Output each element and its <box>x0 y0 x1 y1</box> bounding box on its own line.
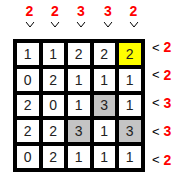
grid-cell[interactable]: 1 <box>94 120 116 142</box>
grid-cell[interactable]: 3 <box>94 95 116 117</box>
grid-cell[interactable]: 1 <box>119 146 141 168</box>
row-clue: < 2 <box>152 153 171 167</box>
row-clue: < 2 <box>152 68 171 82</box>
grid-cell[interactable]: 2 <box>43 69 65 91</box>
puzzle-grid: 1 1 2 2 2 0 2 1 1 1 2 0 1 3 1 2 2 3 1 3 … <box>13 39 145 172</box>
chevron-down-icon <box>129 21 138 28</box>
grid-cell[interactable]: 2 <box>68 43 90 65</box>
grid-cell[interactable]: 2 <box>17 120 39 142</box>
column-clue: 2 <box>25 5 34 28</box>
grid-cell[interactable]: 0 <box>17 146 39 168</box>
grid-cell[interactable]: 1 <box>17 43 39 65</box>
chevron-down-icon <box>104 21 113 28</box>
grid-cell[interactable]: 2 <box>17 95 39 117</box>
grid-cell[interactable]: 0 <box>43 95 65 117</box>
column-clue-value: 2 <box>130 5 138 17</box>
grid-cell[interactable]: 1 <box>68 69 90 91</box>
less-than-symbol: < <box>152 125 160 138</box>
chevron-down-icon <box>77 21 86 28</box>
less-than-symbol: < <box>152 68 160 81</box>
grid-cell[interactable]: 1 <box>43 43 65 65</box>
grid-cell[interactable]: 0 <box>17 69 39 91</box>
row-clue: < 3 <box>152 96 171 110</box>
chevron-down-icon <box>51 21 60 28</box>
row-clue: < 3 <box>152 124 171 138</box>
column-clue-value: 2 <box>26 5 34 17</box>
column-clue-value: 3 <box>104 5 112 17</box>
puzzle-page: 2 2 3 3 2 < 2 < 2 < 3 < 3 < 2 1 1 2 <box>0 0 188 188</box>
grid-cell-selected[interactable]: 2 <box>119 43 141 65</box>
grid-cell[interactable]: 2 <box>43 120 65 142</box>
grid-cell[interactable]: 1 <box>119 69 141 91</box>
grid-cell[interactable]: 1 <box>119 95 141 117</box>
row-clue: < 2 <box>152 40 171 54</box>
column-clue-value: 3 <box>77 5 85 17</box>
column-clue-value: 2 <box>51 5 59 17</box>
row-clue-value: 3 <box>164 124 172 138</box>
column-clue: 3 <box>104 5 113 28</box>
grid-cell[interactable]: 1 <box>68 146 90 168</box>
less-than-symbol: < <box>152 153 160 166</box>
grid-cell[interactable]: 3 <box>119 120 141 142</box>
grid-cell[interactable]: 2 <box>94 43 116 65</box>
column-clue: 2 <box>129 5 138 28</box>
less-than-symbol: < <box>152 41 160 54</box>
row-clue-value: 3 <box>164 96 172 110</box>
grid-cell[interactable]: 2 <box>43 146 65 168</box>
chevron-down-icon <box>25 21 34 28</box>
less-than-symbol: < <box>152 96 160 109</box>
row-clue-value: 2 <box>164 153 172 167</box>
column-clue: 3 <box>77 5 86 28</box>
grid-cell[interactable]: 1 <box>94 146 116 168</box>
grid-cell[interactable]: 1 <box>94 69 116 91</box>
column-clue: 2 <box>51 5 60 28</box>
row-clue-value: 2 <box>164 40 172 54</box>
row-clue-value: 2 <box>164 68 172 82</box>
grid-cell[interactable]: 1 <box>68 95 90 117</box>
grid-cell[interactable]: 3 <box>68 120 90 142</box>
